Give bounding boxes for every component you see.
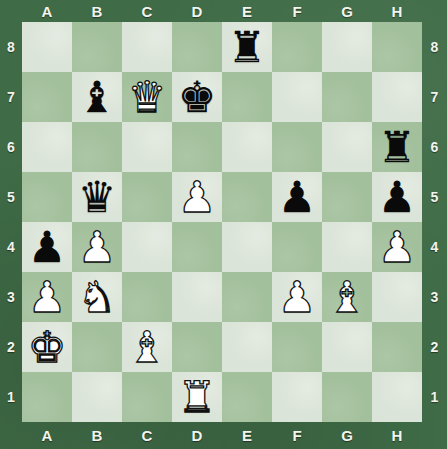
file-label-top-a: A [22,0,72,22]
square-b2[interactable] [72,322,122,372]
square-d4[interactable] [172,222,222,272]
black-rook-e8[interactable]: ♜ [222,22,272,72]
square-e4[interactable] [222,222,272,272]
square-b3[interactable]: ♞ [72,272,122,322]
rank-label-left-2: 2 [0,322,22,372]
square-h4[interactable]: ♟ [372,222,422,272]
square-g1[interactable] [322,372,372,422]
rank-label-left-6: 6 [0,122,22,172]
rank-label-left-7: 7 [0,72,22,122]
square-a3[interactable]: ♟ [22,272,72,322]
square-d3[interactable] [172,272,222,322]
black-king-d7[interactable]: ♚ [172,72,222,122]
square-f8[interactable] [272,22,322,72]
square-e8[interactable]: ♜ [222,22,272,72]
file-label-bottom-b: B [72,422,122,449]
square-h5[interactable]: ♟ [372,172,422,222]
rank-label-right-6: 6 [422,122,447,172]
square-c1[interactable] [122,372,172,422]
white-queen-c7[interactable]: ♛ [122,72,172,122]
file-label-bottom-e: E [222,422,272,449]
square-b5[interactable]: ♛ [72,172,122,222]
white-pawn-b4[interactable]: ♟ [72,222,122,272]
square-d5[interactable]: ♟ [172,172,222,222]
square-a7[interactable] [22,72,72,122]
square-a1[interactable] [22,372,72,422]
file-label-bottom-d: D [172,422,222,449]
square-g3[interactable]: ♝ [322,272,372,322]
square-f5[interactable]: ♟ [272,172,322,222]
square-h8[interactable] [372,22,422,72]
file-label-bottom-h: H [372,422,422,449]
white-pawn-a3[interactable]: ♟ [22,272,72,322]
black-queen-b5[interactable]: ♛ [72,172,122,222]
square-f4[interactable] [272,222,322,272]
rank-label-left-5: 5 [0,172,22,222]
square-a6[interactable] [22,122,72,172]
black-pawn-f5[interactable]: ♟ [272,172,322,222]
white-knight-b3[interactable]: ♞ [72,272,122,322]
square-b8[interactable] [72,22,122,72]
border-corner-bottom-left [0,422,22,449]
black-pawn-a4[interactable]: ♟ [22,222,72,272]
square-c2[interactable]: ♝ [122,322,172,372]
square-f7[interactable] [272,72,322,122]
rank-label-left-3: 3 [0,272,22,322]
square-g6[interactable] [322,122,372,172]
square-c8[interactable] [122,22,172,72]
square-f3[interactable]: ♟ [272,272,322,322]
rank-label-right-7: 7 [422,72,447,122]
square-e2[interactable] [222,322,272,372]
file-label-top-b: B [72,0,122,22]
square-e3[interactable] [222,272,272,322]
square-c4[interactable] [122,222,172,272]
square-e5[interactable] [222,172,272,222]
black-bishop-b7[interactable]: ♝ [72,72,122,122]
square-e6[interactable] [222,122,272,172]
square-b6[interactable] [72,122,122,172]
white-bishop-c2[interactable]: ♝ [122,322,172,372]
square-a8[interactable] [22,22,72,72]
square-h1[interactable] [372,372,422,422]
square-c6[interactable] [122,122,172,172]
rank-label-right-1: 1 [422,372,447,422]
rank-label-left-8: 8 [0,22,22,72]
white-pawn-d5[interactable]: ♟ [172,172,222,222]
file-label-top-h: H [372,0,422,22]
white-bishop-g3[interactable]: ♝ [322,272,372,322]
chess-board-frame: ABCDEFGH8♜87♝♛♚76♜65♛♟♟♟54♟♟♟43♟♞♟♝32♚♝2… [0,0,447,449]
file-label-top-g: G [322,0,372,22]
square-d7[interactable]: ♚ [172,72,222,122]
square-h2[interactable] [372,322,422,372]
square-b4[interactable]: ♟ [72,222,122,272]
square-g7[interactable] [322,72,372,122]
square-a4[interactable]: ♟ [22,222,72,272]
file-label-top-e: E [222,0,272,22]
rank-label-right-5: 5 [422,172,447,222]
border-corner-top-right [422,0,447,22]
file-label-bottom-f: F [272,422,322,449]
rank-label-right-2: 2 [422,322,447,372]
white-king-a2[interactable]: ♚ [22,322,72,372]
square-c5[interactable] [122,172,172,222]
rank-label-left-4: 4 [0,222,22,272]
square-g2[interactable] [322,322,372,372]
border-corner-top-left [0,0,22,22]
square-h6[interactable]: ♜ [372,122,422,172]
square-e7[interactable] [222,72,272,122]
square-b1[interactable] [72,372,122,422]
file-label-bottom-a: A [22,422,72,449]
file-label-top-c: C [122,0,172,22]
square-f6[interactable] [272,122,322,172]
square-a5[interactable] [22,172,72,222]
file-label-bottom-c: C [122,422,172,449]
border-corner-bottom-right [422,422,447,449]
square-g8[interactable] [322,22,372,72]
square-c3[interactable] [122,272,172,322]
square-h3[interactable] [372,272,422,322]
rank-label-right-3: 3 [422,272,447,322]
white-pawn-h4[interactable]: ♟ [372,222,422,272]
square-f2[interactable] [272,322,322,372]
square-d1[interactable]: ♜ [172,372,222,422]
square-h7[interactable] [372,72,422,122]
square-f1[interactable] [272,372,322,422]
square-d6[interactable] [172,122,222,172]
square-d2[interactable] [172,322,222,372]
rank-label-left-1: 1 [0,372,22,422]
square-b7[interactable]: ♝ [72,72,122,122]
rank-label-right-8: 8 [422,22,447,72]
square-a2[interactable]: ♚ [22,322,72,372]
square-d8[interactable] [172,22,222,72]
black-rook-h6[interactable]: ♜ [372,122,422,172]
square-c7[interactable]: ♛ [122,72,172,122]
file-label-bottom-g: G [322,422,372,449]
rank-label-right-4: 4 [422,222,447,272]
square-e1[interactable] [222,372,272,422]
white-rook-d1[interactable]: ♜ [172,372,222,422]
black-pawn-h5[interactable]: ♟ [372,172,422,222]
white-pawn-f3[interactable]: ♟ [272,272,322,322]
square-g4[interactable] [322,222,372,272]
file-label-top-f: F [272,0,322,22]
file-label-top-d: D [172,0,222,22]
square-g5[interactable] [322,172,372,222]
